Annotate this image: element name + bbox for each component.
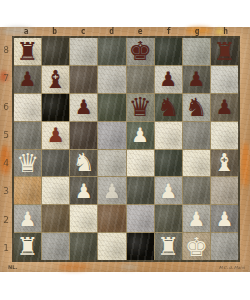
square-g1: ♚ <box>183 233 210 260</box>
rank-label-5: 5 <box>0 121 12 149</box>
file-coordinates: abcdefgh <box>12 28 240 36</box>
square-c7 <box>70 66 97 93</box>
square-h6: ♟ <box>211 94 238 121</box>
white-rook-a1: ♜ <box>16 234 38 259</box>
square-g5 <box>183 122 210 149</box>
white-knight-c4: ♞ <box>73 150 95 175</box>
square-h7 <box>211 66 238 93</box>
square-e2 <box>127 205 154 232</box>
white-bishop-h4: ♝ <box>213 150 235 175</box>
square-h3 <box>211 177 238 204</box>
square-b5: ♟ <box>42 122 69 149</box>
black-rook-a8: ♜ <box>16 39 38 64</box>
corner-mark: NL. <box>8 264 17 270</box>
square-a8: ♜ <box>14 38 41 65</box>
white-king-g1: ♚ <box>185 234 208 260</box>
square-f4 <box>155 150 182 177</box>
square-f6: ♞ <box>155 94 182 121</box>
square-a6 <box>14 94 41 121</box>
square-g8 <box>183 38 210 65</box>
file-label-f: f <box>155 28 184 36</box>
square-h4: ♝ <box>211 150 238 177</box>
square-e6: ♛ <box>127 94 154 121</box>
white-pawn-g2: ♟ <box>187 209 205 229</box>
square-f5 <box>155 122 182 149</box>
square-g4 <box>183 150 210 177</box>
square-a2: ♟ <box>14 205 41 232</box>
square-c3: ♟ <box>70 177 97 204</box>
square-h1 <box>211 233 238 260</box>
art-print-page: abcdefgh 87654321 ♜♚♜♟♝♟♟♟♛♞♞♟♟♟♛♞♝♟♟♟♟♟… <box>0 0 250 300</box>
paint-smudge-6 <box>58 263 90 271</box>
black-pawn-a7: ♟ <box>19 69 37 89</box>
square-h5 <box>211 122 238 149</box>
rank-label-3: 3 <box>0 177 12 205</box>
square-g6: ♞ <box>183 94 210 121</box>
white-pawn-e5: ♟ <box>131 125 149 145</box>
square-b1 <box>42 233 69 260</box>
white-pawn-h2: ♟ <box>215 209 233 229</box>
square-c6: ♟ <box>70 94 97 121</box>
black-pawn-g7: ♟ <box>187 69 205 89</box>
chess-painting: abcdefgh 87654321 ♜♚♜♟♝♟♟♟♛♞♞♟♟♟♛♞♝♟♟♟♟♟… <box>0 27 250 272</box>
square-b2 <box>42 205 69 232</box>
square-g7: ♟ <box>183 66 210 93</box>
square-c4: ♞ <box>70 150 97 177</box>
rank-label-6: 6 <box>0 93 12 121</box>
black-king-e8: ♚ <box>128 38 151 64</box>
square-b4 <box>42 150 69 177</box>
square-f3: ♟ <box>155 177 182 204</box>
square-d2 <box>98 205 125 232</box>
square-f7: ♟ <box>155 66 182 93</box>
chess-board: ♜♚♜♟♝♟♟♟♛♞♞♟♟♟♛♞♝♟♟♟♟♟♟♜♜♚ <box>12 36 240 262</box>
square-g3 <box>183 177 210 204</box>
square-a3 <box>14 177 41 204</box>
paint-smudge-8 <box>120 264 138 270</box>
square-a7: ♟ <box>14 66 41 93</box>
square-a5 <box>14 122 41 149</box>
file-label-a: a <box>12 28 41 36</box>
file-label-b: b <box>41 28 70 36</box>
square-e7 <box>127 66 154 93</box>
file-label-h: h <box>212 28 241 36</box>
square-b8 <box>42 38 69 65</box>
file-label-e: e <box>126 28 155 36</box>
square-d6 <box>98 94 125 121</box>
square-f1: ♜ <box>155 233 182 260</box>
square-b6 <box>42 94 69 121</box>
black-pawn-c6: ♟ <box>75 97 93 117</box>
square-b3 <box>42 177 69 204</box>
rank-label-4: 4 <box>0 149 12 177</box>
black-knight-g6: ♞ <box>185 95 207 120</box>
white-rook-f1: ♜ <box>157 234 179 259</box>
black-pawn-h6: ♟ <box>215 97 233 117</box>
white-queen-a4: ♛ <box>16 150 39 176</box>
square-c5 <box>70 122 97 149</box>
square-e1 <box>127 233 154 260</box>
rank-label-7: 7 <box>0 64 12 92</box>
rank-label-2: 2 <box>0 206 12 234</box>
square-d3: ♟ <box>98 177 125 204</box>
square-h2: ♟ <box>211 205 238 232</box>
file-label-d: d <box>98 28 127 36</box>
paint-smudge-4 <box>241 142 250 187</box>
black-bishop-b7: ♝ <box>44 67 66 92</box>
rank-label-8: 8 <box>0 36 12 64</box>
file-label-c: c <box>69 28 98 36</box>
square-e3 <box>127 177 154 204</box>
black-pawn-f7: ♟ <box>159 69 177 89</box>
white-pawn-c3: ♟ <box>75 181 93 201</box>
square-c1 <box>70 233 97 260</box>
square-e5: ♟ <box>127 122 154 149</box>
white-pawn-a2: ♟ <box>19 209 37 229</box>
white-pawn-d3: ♟ <box>103 181 121 201</box>
black-knight-f6: ♞ <box>157 95 179 120</box>
square-f8 <box>155 38 182 65</box>
square-d8 <box>98 38 125 65</box>
rank-label-1: 1 <box>0 234 12 262</box>
square-g2: ♟ <box>183 205 210 232</box>
rank-coordinates: 87654321 <box>0 36 12 262</box>
square-e4 <box>127 150 154 177</box>
square-d1 <box>98 233 125 260</box>
square-e8: ♚ <box>127 38 154 65</box>
black-rook-h8: ♜ <box>213 39 235 64</box>
square-a4: ♛ <box>14 150 41 177</box>
square-f2 <box>155 205 182 232</box>
square-c2 <box>70 205 97 232</box>
black-queen-e6: ♛ <box>128 94 151 120</box>
square-c8 <box>70 38 97 65</box>
square-b7: ♝ <box>42 66 69 93</box>
white-pawn-f3: ♟ <box>159 181 177 201</box>
black-pawn-b5: ♟ <box>47 125 65 145</box>
square-a1: ♜ <box>14 233 41 260</box>
square-d5 <box>98 122 125 149</box>
square-d4 <box>98 150 125 177</box>
square-h8: ♜ <box>211 38 238 65</box>
artist-signature: M.C. d. Mann <box>219 265 245 270</box>
square-d7 <box>98 66 125 93</box>
file-label-g: g <box>183 28 212 36</box>
